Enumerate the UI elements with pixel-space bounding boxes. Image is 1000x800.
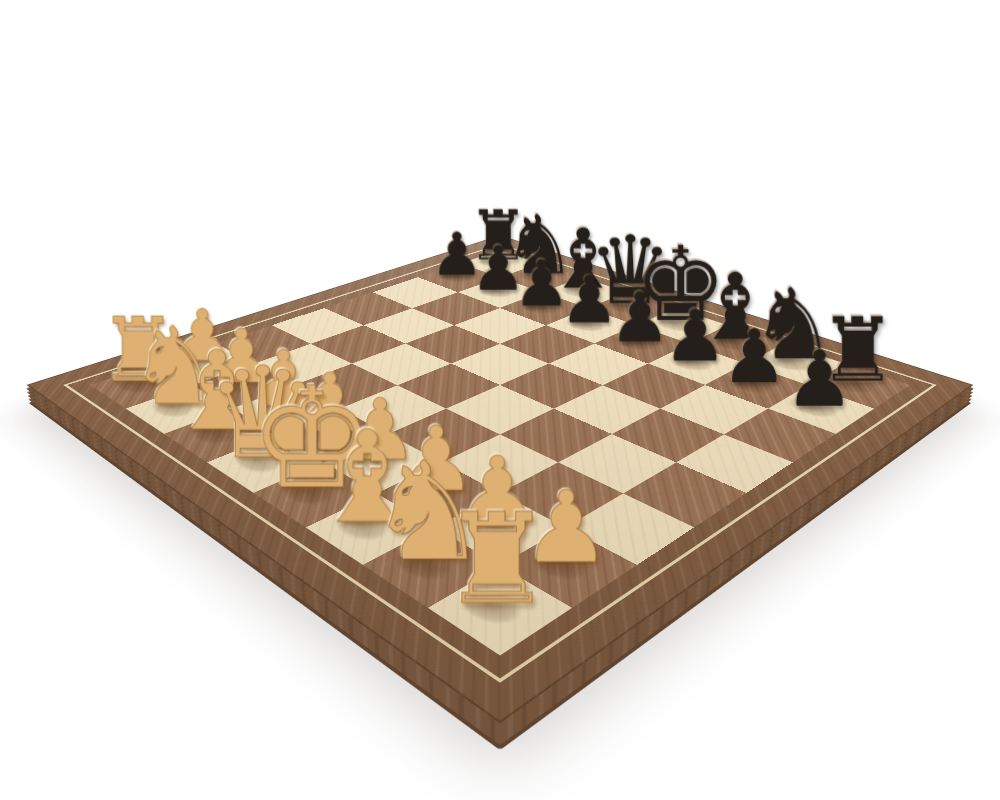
board-grid: ♜♞♝♛♚♝♞♜♟♟♟♟♟♟♟♟♟♟♟♟♟♟♟♟♜♞♝♛♚♝♞♜ [90, 250, 910, 655]
product-photo-stage: ♜♞♝♛♚♝♞♜♟♟♟♟♟♟♟♟♟♟♟♟♟♟♟♟♜♞♝♛♚♝♞♜ [0, 0, 1000, 800]
black-pawn: ♟ [721, 319, 787, 393]
chess-board: ♜♞♝♛♚♝♞♜♟♟♟♟♟♟♟♟♟♟♟♟♟♟♟♟♜♞♝♛♚♝♞♜ [26, 235, 974, 724]
black-pawn: ♟ [610, 283, 671, 351]
black-pawn: ♟ [785, 340, 854, 417]
perspective-scene: ♜♞♝♛♚♝♞♜♟♟♟♟♟♟♟♟♟♟♟♟♟♟♟♟♜♞♝♛♚♝♞♜ [0, 0, 1000, 800]
black-pawn: ♟ [663, 300, 727, 371]
white-rook: ♜ [441, 497, 553, 622]
